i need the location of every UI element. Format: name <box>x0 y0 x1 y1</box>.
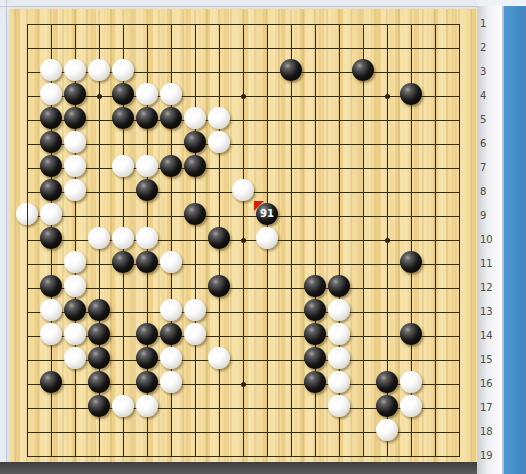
black-stone <box>136 107 158 129</box>
window-frame-line-left <box>6 0 7 462</box>
white-stone <box>136 83 158 105</box>
black-stone <box>184 155 206 177</box>
black-stone <box>88 299 110 321</box>
white-stone <box>88 59 110 81</box>
star-point <box>385 94 390 99</box>
black-stone <box>112 107 134 129</box>
black-stone <box>112 251 134 273</box>
white-stone <box>400 371 422 393</box>
star-point <box>241 238 246 243</box>
black-stone <box>40 275 62 297</box>
white-stone <box>208 347 230 369</box>
white-stone <box>328 347 350 369</box>
white-stone <box>208 107 230 129</box>
white-stone <box>112 59 134 81</box>
star-point <box>97 94 102 99</box>
row-label: 6 <box>480 136 500 152</box>
black-stone <box>280 59 302 81</box>
white-stone <box>136 227 158 249</box>
black-stone <box>208 275 230 297</box>
white-stone <box>16 203 38 225</box>
white-stone <box>208 131 230 153</box>
white-stone <box>160 251 182 273</box>
white-stone <box>112 395 134 417</box>
white-stone <box>64 251 86 273</box>
black-stone <box>400 323 422 345</box>
white-stone <box>376 419 398 441</box>
white-stone <box>160 83 182 105</box>
go-board: 91 <box>9 9 477 462</box>
black-stone <box>400 251 422 273</box>
board-grid[interactable]: 91 <box>27 24 460 457</box>
black-stone <box>64 83 86 105</box>
black-stone <box>136 323 158 345</box>
black-stone <box>160 155 182 177</box>
black-stone <box>136 251 158 273</box>
white-stone <box>40 299 62 321</box>
board-bottom-shadow <box>0 462 477 474</box>
black-stone <box>136 179 158 201</box>
black-stone <box>40 131 62 153</box>
black-stone <box>352 59 374 81</box>
white-stone <box>64 155 86 177</box>
row-label: 13 <box>480 304 500 320</box>
row-label: 12 <box>480 280 500 296</box>
black-stone <box>112 83 134 105</box>
last-move-triangle-icon <box>254 201 264 211</box>
star-point <box>241 94 246 99</box>
white-stone <box>160 347 182 369</box>
row-label: 19 <box>480 448 500 464</box>
white-stone <box>400 395 422 417</box>
white-stone <box>40 59 62 81</box>
black-stone <box>40 227 62 249</box>
row-label: 8 <box>480 184 500 200</box>
white-stone <box>328 395 350 417</box>
white-stone <box>160 299 182 321</box>
black-stone <box>88 371 110 393</box>
row-label: 5 <box>480 112 500 128</box>
black-stone <box>304 347 326 369</box>
white-stone <box>64 59 86 81</box>
black-stone <box>376 371 398 393</box>
white-stone <box>136 155 158 177</box>
white-stone <box>232 179 254 201</box>
row-label: 2 <box>480 40 500 56</box>
white-stone <box>112 155 134 177</box>
row-label: 10 <box>480 232 500 248</box>
white-stone <box>64 131 86 153</box>
white-stone <box>136 395 158 417</box>
white-stone <box>184 299 206 321</box>
black-stone <box>136 347 158 369</box>
black-stone <box>40 179 62 201</box>
black-stone <box>40 155 62 177</box>
row-label: 1 <box>480 16 500 32</box>
black-stone <box>304 323 326 345</box>
go-app-window: 91 12345678910111213141516171819 <box>0 0 526 474</box>
black-stone <box>400 83 422 105</box>
row-label: 7 <box>480 160 500 176</box>
white-stone <box>40 83 62 105</box>
row-labels-column: 12345678910111213141516171819 <box>477 0 502 474</box>
black-stone <box>304 371 326 393</box>
white-stone <box>64 275 86 297</box>
black-stone <box>184 203 206 225</box>
row-label: 15 <box>480 352 500 368</box>
star-point <box>241 382 246 387</box>
white-stone <box>40 323 62 345</box>
white-stone <box>112 227 134 249</box>
black-stone <box>328 275 350 297</box>
row-label: 18 <box>480 424 500 440</box>
black-stone <box>40 107 62 129</box>
white-stone <box>256 227 278 249</box>
row-label: 11 <box>480 256 500 272</box>
white-stone <box>64 179 86 201</box>
black-stone <box>208 227 230 249</box>
black-stone <box>184 131 206 153</box>
black-stone <box>40 371 62 393</box>
white-stone <box>184 107 206 129</box>
row-label: 17 <box>480 400 500 416</box>
white-stone <box>64 347 86 369</box>
black-stone <box>160 107 182 129</box>
black-stone <box>136 371 158 393</box>
white-stone <box>64 323 86 345</box>
black-stone <box>376 395 398 417</box>
black-stone <box>304 275 326 297</box>
star-point <box>385 238 390 243</box>
white-stone <box>160 371 182 393</box>
black-stone <box>304 299 326 321</box>
row-label: 3 <box>480 64 500 80</box>
black-stone <box>88 347 110 369</box>
white-stone <box>184 323 206 345</box>
right-blue-panel <box>502 0 526 474</box>
black-stone <box>88 323 110 345</box>
row-label: 4 <box>480 88 500 104</box>
window-frame-top-right <box>477 0 526 6</box>
black-stone <box>88 395 110 417</box>
black-stone <box>64 299 86 321</box>
row-label: 9 <box>480 208 500 224</box>
black-stone <box>64 107 86 129</box>
black-stone <box>160 323 182 345</box>
white-stone <box>88 227 110 249</box>
row-label: 14 <box>480 328 500 344</box>
white-stone <box>328 371 350 393</box>
row-label: 16 <box>480 376 500 392</box>
window-frame-line-top <box>0 6 477 7</box>
white-stone <box>328 299 350 321</box>
white-stone <box>40 203 62 225</box>
white-stone <box>328 323 350 345</box>
